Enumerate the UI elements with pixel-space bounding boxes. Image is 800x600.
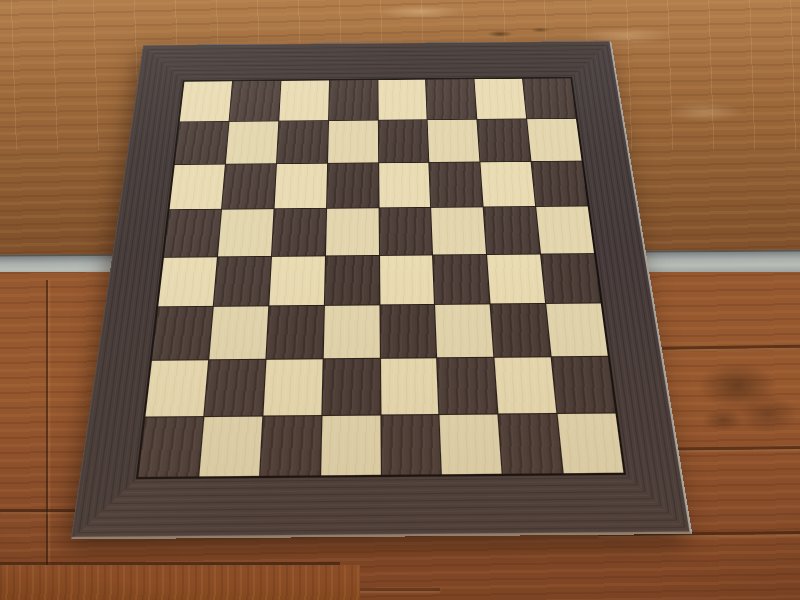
square-f1[interactable] bbox=[440, 415, 502, 475]
square-g2[interactable] bbox=[495, 358, 557, 414]
square-e4[interactable] bbox=[380, 255, 435, 305]
square-a3[interactable] bbox=[152, 307, 213, 360]
square-h7[interactable] bbox=[527, 119, 581, 161]
square-h1[interactable] bbox=[558, 414, 624, 474]
square-h6[interactable] bbox=[532, 161, 588, 205]
square-e5[interactable] bbox=[379, 208, 432, 255]
square-c6[interactable] bbox=[274, 163, 326, 208]
plank-seam bbox=[46, 280, 48, 570]
square-g3[interactable] bbox=[491, 304, 551, 357]
square-f8[interactable] bbox=[426, 79, 476, 119]
square-d5[interactable] bbox=[326, 208, 379, 255]
square-f3[interactable] bbox=[435, 305, 493, 358]
square-b5[interactable] bbox=[218, 209, 273, 256]
square-c5[interactable] bbox=[272, 208, 326, 255]
square-d4[interactable] bbox=[325, 255, 379, 305]
square-b3[interactable] bbox=[209, 307, 268, 360]
square-e7[interactable] bbox=[378, 120, 428, 162]
square-c4[interactable] bbox=[269, 256, 325, 306]
square-g1[interactable] bbox=[499, 414, 563, 474]
square-g4[interactable] bbox=[487, 254, 545, 304]
square-g5[interactable] bbox=[484, 207, 540, 254]
table-plank-bottom-left bbox=[0, 565, 360, 600]
square-a1[interactable] bbox=[138, 417, 203, 477]
square-c1[interactable] bbox=[260, 416, 321, 476]
square-b1[interactable] bbox=[199, 417, 262, 477]
square-b8[interactable] bbox=[229, 81, 280, 121]
square-e3[interactable] bbox=[380, 305, 437, 358]
square-e8[interactable] bbox=[378, 80, 427, 120]
square-a4[interactable] bbox=[158, 257, 217, 307]
square-g6[interactable] bbox=[481, 162, 536, 206]
square-a8[interactable] bbox=[180, 81, 232, 121]
square-a7[interactable] bbox=[175, 122, 229, 164]
square-f4[interactable] bbox=[433, 255, 489, 305]
square-g8[interactable] bbox=[475, 79, 527, 119]
square-f2[interactable] bbox=[438, 358, 498, 414]
square-g7[interactable] bbox=[478, 119, 531, 161]
square-b4[interactable] bbox=[214, 256, 271, 306]
square-b2[interactable] bbox=[204, 360, 265, 416]
square-d2[interactable] bbox=[322, 359, 380, 415]
square-c3[interactable] bbox=[266, 306, 323, 359]
square-d7[interactable] bbox=[328, 120, 378, 162]
square-h5[interactable] bbox=[536, 206, 594, 253]
square-e2[interactable] bbox=[380, 359, 438, 415]
playfield bbox=[136, 77, 626, 479]
square-e1[interactable] bbox=[381, 415, 441, 475]
square-a2[interactable] bbox=[145, 361, 208, 417]
square-d1[interactable] bbox=[321, 416, 381, 476]
chess-board bbox=[71, 41, 693, 540]
square-b7[interactable] bbox=[226, 121, 278, 163]
wood-knot bbox=[688, 348, 800, 448]
table-surface bbox=[0, 0, 800, 600]
square-d6[interactable] bbox=[327, 163, 378, 208]
square-h3[interactable] bbox=[546, 304, 607, 357]
square-f5[interactable] bbox=[431, 207, 486, 254]
square-c2[interactable] bbox=[263, 360, 322, 416]
square-f6[interactable] bbox=[430, 162, 483, 207]
square-b6[interactable] bbox=[222, 164, 276, 209]
square-c7[interactable] bbox=[277, 121, 328, 163]
square-a5[interactable] bbox=[164, 209, 221, 256]
square-a6[interactable] bbox=[170, 164, 225, 209]
square-e6[interactable] bbox=[379, 163, 431, 208]
chess-board-wrapper bbox=[112, 0, 646, 522]
square-h8[interactable] bbox=[523, 78, 576, 118]
square-f7[interactable] bbox=[428, 120, 480, 162]
square-c8[interactable] bbox=[279, 80, 329, 120]
square-h4[interactable] bbox=[541, 254, 600, 304]
square-d3[interactable] bbox=[323, 306, 379, 359]
square-h2[interactable] bbox=[552, 357, 616, 413]
square-d8[interactable] bbox=[329, 80, 378, 120]
